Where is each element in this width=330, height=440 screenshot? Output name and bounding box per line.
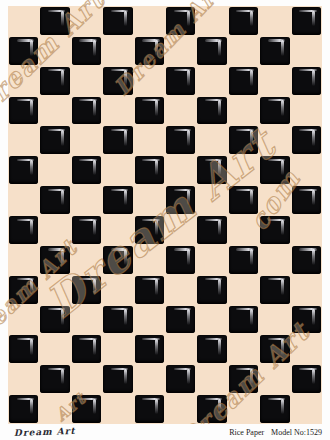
board-square	[102, 36, 133, 66]
product-name: Rice Paper	[229, 428, 264, 437]
board-square	[9, 97, 38, 125]
board-square	[103, 365, 132, 393]
board-square	[197, 216, 226, 244]
board-square	[292, 7, 321, 35]
board-square	[165, 155, 196, 185]
board-square	[165, 334, 196, 364]
board-square	[228, 275, 259, 305]
board-square	[39, 155, 70, 185]
board-square	[229, 126, 258, 154]
board-square	[228, 215, 259, 245]
board-square	[135, 97, 164, 125]
board-square	[166, 306, 195, 334]
brand-logo: Dream Art	[14, 426, 76, 438]
board-square	[9, 276, 38, 304]
board-square	[39, 275, 70, 305]
board-square	[103, 306, 132, 334]
board-square	[134, 66, 165, 96]
board-square	[71, 66, 102, 96]
board-square	[229, 246, 258, 274]
board-square	[259, 245, 290, 275]
board-square	[40, 67, 69, 95]
board-square	[135, 395, 164, 423]
board-square	[135, 37, 164, 65]
board-square	[165, 215, 196, 245]
board-square	[291, 215, 322, 245]
board-square	[9, 37, 38, 65]
board-square	[102, 334, 133, 364]
board-square	[40, 246, 69, 274]
board-square	[8, 245, 39, 275]
board-square	[228, 334, 259, 364]
board-square	[196, 245, 227, 275]
board-square	[40, 7, 69, 35]
board-square	[260, 156, 289, 184]
board-square	[196, 66, 227, 96]
board-square	[103, 67, 132, 95]
board-square	[196, 125, 227, 155]
board-square	[166, 365, 195, 393]
board-square	[197, 156, 226, 184]
board-square	[40, 306, 69, 334]
board-square	[134, 185, 165, 215]
board-square	[40, 126, 69, 154]
board-square	[72, 37, 101, 65]
board-square	[292, 126, 321, 154]
board-square	[135, 156, 164, 184]
board-square	[8, 125, 39, 155]
board-square	[135, 216, 164, 244]
board-square	[8, 66, 39, 96]
board-square	[165, 36, 196, 66]
board-square	[134, 6, 165, 36]
board-square	[71, 185, 102, 215]
rice-paper-sheet: Dream ArtDream ArtDream ArtcomDream ArtD…	[0, 0, 330, 440]
board-square	[8, 185, 39, 215]
board-square	[72, 276, 101, 304]
board-square	[228, 36, 259, 66]
board-square	[8, 6, 39, 36]
board-square	[102, 275, 133, 305]
board-square	[260, 335, 289, 363]
board-square	[166, 186, 195, 214]
board-square	[165, 275, 196, 305]
board-square	[228, 155, 259, 185]
board-square	[72, 395, 101, 423]
board-square	[165, 394, 196, 424]
board-square	[134, 305, 165, 335]
board-square	[71, 6, 102, 36]
board-square	[39, 96, 70, 126]
board-square	[135, 335, 164, 363]
board-square	[72, 156, 101, 184]
board-square	[39, 36, 70, 66]
board-square	[166, 7, 195, 35]
board-square	[229, 67, 258, 95]
board-square	[39, 334, 70, 364]
board-square	[9, 335, 38, 363]
board-square	[197, 395, 226, 423]
board-square	[134, 364, 165, 394]
board-square	[196, 185, 227, 215]
board-square	[135, 276, 164, 304]
board-square	[103, 7, 132, 35]
board-square	[292, 306, 321, 334]
board-square	[260, 97, 289, 125]
board-square	[229, 186, 258, 214]
board-square	[259, 305, 290, 335]
board-square	[134, 245, 165, 275]
board-square	[197, 97, 226, 125]
board-square	[292, 186, 321, 214]
board-square	[259, 364, 290, 394]
board-square	[40, 365, 69, 393]
board-square	[291, 36, 322, 66]
checkerboard	[8, 6, 322, 424]
board-square	[71, 125, 102, 155]
model-number: Model No:1529	[271, 428, 322, 437]
board-square	[196, 6, 227, 36]
board-square	[9, 216, 38, 244]
board-square	[71, 305, 102, 335]
board-square	[259, 6, 290, 36]
board-square	[229, 365, 258, 393]
board-square	[165, 96, 196, 126]
board-square	[259, 125, 290, 155]
board-square	[166, 67, 195, 95]
board-square	[196, 364, 227, 394]
board-square	[9, 395, 38, 423]
board-square	[260, 276, 289, 304]
board-square	[102, 155, 133, 185]
board-square	[71, 245, 102, 275]
board-square	[291, 155, 322, 185]
board-square	[260, 395, 289, 423]
board-square	[40, 186, 69, 214]
board-square	[260, 216, 289, 244]
board-square	[292, 67, 321, 95]
board-square	[291, 96, 322, 126]
board-square	[229, 7, 258, 35]
board-square	[196, 305, 227, 335]
board-square	[72, 216, 101, 244]
board-square	[103, 186, 132, 214]
board-square	[103, 126, 132, 154]
board-square	[39, 215, 70, 245]
board-square	[292, 365, 321, 393]
board-square	[259, 185, 290, 215]
board-square	[8, 364, 39, 394]
board-square	[197, 37, 226, 65]
board-square	[197, 276, 226, 304]
board-square	[291, 275, 322, 305]
board-square	[103, 246, 132, 274]
board-square	[39, 394, 70, 424]
product-label: Rice Paper Model No:1529	[229, 428, 322, 437]
board-square	[291, 334, 322, 364]
board-square	[72, 335, 101, 363]
board-square	[291, 394, 322, 424]
board-square	[8, 305, 39, 335]
board-square	[102, 394, 133, 424]
footer-strip: Dream Art Rice Paper Model No:1529	[0, 424, 330, 440]
board-square	[72, 97, 101, 125]
board-square	[9, 156, 38, 184]
board-square	[292, 246, 321, 274]
board-square	[102, 215, 133, 245]
board-square	[259, 66, 290, 96]
board-square	[102, 96, 133, 126]
board-square	[71, 364, 102, 394]
board-square	[228, 394, 259, 424]
board-square	[197, 335, 226, 363]
board-square	[166, 126, 195, 154]
board-square	[228, 96, 259, 126]
board-square	[166, 246, 195, 274]
board-square	[229, 306, 258, 334]
board-square	[260, 37, 289, 65]
board-square	[134, 125, 165, 155]
